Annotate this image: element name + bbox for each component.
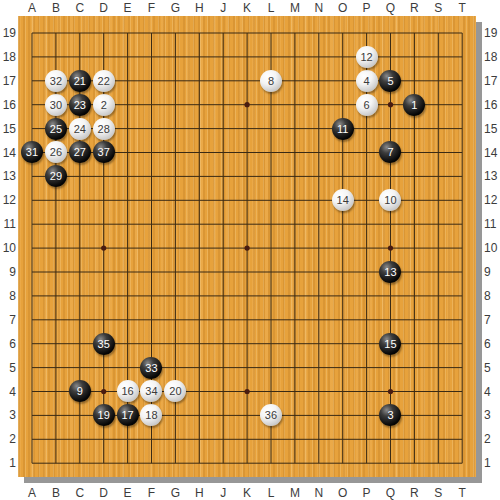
- row-label-right-2: 2: [484, 432, 500, 446]
- row-label-right-17: 17: [484, 74, 500, 88]
- stone-white-d15: 28: [93, 118, 115, 140]
- stones-layer: 1234567891011121314151617181920212223242…: [20, 21, 474, 475]
- row-label-left-15: 15: [1, 122, 16, 136]
- row-label-left-5: 5: [1, 361, 16, 375]
- col-label-top-B: B: [44, 1, 68, 15]
- col-label-top-R: R: [402, 1, 426, 15]
- row-label-left-1: 1: [1, 456, 16, 470]
- stone-white-b17: 32: [45, 70, 67, 92]
- col-label-bottom-J: J: [211, 486, 235, 500]
- go-kifu-page: ABCDEFGHJKLMNOPQRST ABCDEFGHJKLMNOPQRST …: [0, 0, 500, 500]
- row-label-left-9: 9: [1, 265, 16, 279]
- row-label-right-19: 19: [484, 26, 500, 40]
- stone-white-p17: 4: [356, 70, 378, 92]
- stone-white-p16: 6: [356, 94, 378, 116]
- col-label-top-H: H: [187, 1, 211, 15]
- stone-black-a14: 31: [21, 141, 43, 163]
- row-label-left-19: 19: [1, 26, 16, 40]
- stone-black-d14: 37: [93, 141, 115, 163]
- stone-black-r16: 1: [403, 94, 425, 116]
- stone-black-q6: 15: [379, 333, 401, 355]
- stone-black-q3: 3: [379, 404, 401, 426]
- stone-white-f3: 18: [140, 404, 162, 426]
- row-label-left-18: 18: [1, 50, 16, 64]
- col-label-bottom-Q: Q: [379, 486, 403, 500]
- col-label-bottom-L: L: [259, 486, 283, 500]
- col-label-top-P: P: [355, 1, 379, 15]
- row-label-right-14: 14: [484, 146, 500, 160]
- stone-black-o15: 11: [332, 118, 354, 140]
- col-label-bottom-M: M: [283, 486, 307, 500]
- row-label-right-3: 3: [484, 408, 500, 422]
- col-label-top-A: A: [20, 1, 44, 15]
- row-label-right-18: 18: [484, 50, 500, 64]
- stone-white-b14: 26: [45, 141, 67, 163]
- stone-white-e4: 16: [117, 380, 139, 402]
- row-label-left-2: 2: [1, 432, 16, 446]
- col-label-bottom-O: O: [331, 486, 355, 500]
- stone-white-d17: 22: [93, 70, 115, 92]
- stone-white-o12: 14: [332, 189, 354, 211]
- col-label-bottom-S: S: [426, 486, 450, 500]
- stone-white-p18: 12: [356, 46, 378, 68]
- col-label-top-Q: Q: [379, 1, 403, 15]
- stone-black-f5: 33: [140, 357, 162, 379]
- col-label-bottom-G: G: [163, 486, 187, 500]
- col-label-top-C: C: [68, 1, 92, 15]
- stone-black-q9: 13: [379, 261, 401, 283]
- stone-black-b13: 29: [45, 165, 67, 187]
- stone-white-g4: 20: [164, 380, 186, 402]
- row-label-left-13: 13: [1, 169, 16, 183]
- stone-black-c4: 9: [69, 380, 91, 402]
- row-label-left-7: 7: [1, 313, 16, 327]
- row-label-right-7: 7: [484, 313, 500, 327]
- row-label-left-11: 11: [1, 217, 16, 231]
- col-label-bottom-C: C: [68, 486, 92, 500]
- row-label-right-5: 5: [484, 361, 500, 375]
- col-label-top-E: E: [116, 1, 140, 15]
- stone-black-e3: 17: [117, 404, 139, 426]
- col-label-top-T: T: [450, 1, 474, 15]
- row-label-left-16: 16: [1, 98, 16, 112]
- stone-black-q14: 7: [379, 141, 401, 163]
- row-label-left-17: 17: [1, 74, 16, 88]
- goban[interactable]: 1234567891011121314151617181920212223242…: [18, 16, 476, 477]
- row-label-right-16: 16: [484, 98, 500, 112]
- stone-white-l17: 8: [260, 70, 282, 92]
- row-label-right-9: 9: [484, 265, 500, 279]
- stone-black-c16: 23: [69, 94, 91, 116]
- row-label-right-11: 11: [484, 217, 500, 231]
- row-label-left-12: 12: [1, 193, 16, 207]
- row-label-right-1: 1: [484, 456, 500, 470]
- row-label-right-6: 6: [484, 337, 500, 351]
- stone-black-d6: 35: [93, 333, 115, 355]
- col-label-bottom-E: E: [116, 486, 140, 500]
- stone-white-q12: 10: [379, 189, 401, 211]
- stone-black-d3: 19: [93, 404, 115, 426]
- col-label-bottom-D: D: [92, 486, 116, 500]
- stone-white-l3: 36: [260, 404, 282, 426]
- row-label-left-14: 14: [1, 146, 16, 160]
- stone-white-c15: 24: [69, 118, 91, 140]
- col-label-top-D: D: [92, 1, 116, 15]
- col-label-bottom-T: T: [450, 486, 474, 500]
- col-label-top-O: O: [331, 1, 355, 15]
- row-label-right-4: 4: [484, 385, 500, 399]
- col-label-bottom-K: K: [235, 486, 259, 500]
- row-label-left-3: 3: [1, 408, 16, 422]
- row-label-right-15: 15: [484, 122, 500, 136]
- col-label-bottom-H: H: [187, 486, 211, 500]
- stone-black-b15: 25: [45, 118, 67, 140]
- stone-black-c17: 21: [69, 70, 91, 92]
- col-label-top-L: L: [259, 1, 283, 15]
- col-label-bottom-F: F: [140, 486, 164, 500]
- row-label-right-12: 12: [484, 193, 500, 207]
- row-label-left-8: 8: [1, 289, 16, 303]
- col-label-bottom-R: R: [402, 486, 426, 500]
- row-label-left-6: 6: [1, 337, 16, 351]
- col-label-top-S: S: [426, 1, 450, 15]
- row-label-right-10: 10: [484, 241, 500, 255]
- stone-black-c14: 27: [69, 141, 91, 163]
- row-label-left-4: 4: [1, 385, 16, 399]
- stone-white-b16: 30: [45, 94, 67, 116]
- col-label-bottom-B: B: [44, 486, 68, 500]
- row-label-right-8: 8: [484, 289, 500, 303]
- stone-white-d16: 2: [93, 94, 115, 116]
- col-label-top-K: K: [235, 1, 259, 15]
- col-label-top-M: M: [283, 1, 307, 15]
- col-label-top-J: J: [211, 1, 235, 15]
- stone-black-q17: 5: [379, 70, 401, 92]
- row-label-left-10: 10: [1, 241, 16, 255]
- row-label-right-13: 13: [484, 169, 500, 183]
- stone-white-f4: 34: [140, 380, 162, 402]
- col-label-bottom-N: N: [307, 486, 331, 500]
- col-label-top-F: F: [140, 1, 164, 15]
- col-label-top-G: G: [163, 1, 187, 15]
- col-label-bottom-A: A: [20, 486, 44, 500]
- col-label-bottom-P: P: [355, 486, 379, 500]
- col-label-top-N: N: [307, 1, 331, 15]
